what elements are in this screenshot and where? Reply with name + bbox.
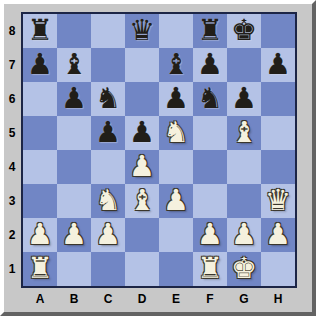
file-label-f: F xyxy=(193,291,227,307)
piece-black-pawn: ♟ xyxy=(27,50,53,79)
square-c3[interactable]: ♞ xyxy=(91,184,125,218)
square-a1[interactable]: ♜ xyxy=(23,252,57,286)
piece-white-queen: ♛ xyxy=(265,186,291,215)
square-e2[interactable] xyxy=(159,218,193,252)
square-d4[interactable]: ♟ xyxy=(125,150,159,184)
piece-black-knight: ♞ xyxy=(197,84,223,113)
piece-black-rook: ♜ xyxy=(27,16,53,45)
square-b2[interactable]: ♟ xyxy=(57,218,91,252)
piece-white-rook: ♜ xyxy=(27,254,53,283)
square-c4[interactable] xyxy=(91,150,125,184)
square-f8[interactable]: ♜ xyxy=(193,14,227,48)
rank-label-8: 8 xyxy=(4,14,20,48)
rank-label-3: 3 xyxy=(4,184,20,218)
piece-black-king: ♚ xyxy=(231,16,257,45)
square-f1[interactable]: ♜ xyxy=(193,252,227,286)
square-g6[interactable]: ♟ xyxy=(227,82,261,116)
rank-label-5: 5 xyxy=(4,116,20,150)
piece-white-pawn: ♟ xyxy=(197,220,223,249)
rank-label-4: 4 xyxy=(4,150,20,184)
piece-white-bishop: ♝ xyxy=(129,186,155,215)
square-d5[interactable]: ♟ xyxy=(125,116,159,150)
piece-white-pawn: ♟ xyxy=(61,220,87,249)
square-d2[interactable] xyxy=(125,218,159,252)
square-g4[interactable] xyxy=(227,150,261,184)
square-h1[interactable] xyxy=(261,252,295,286)
square-b6[interactable]: ♟ xyxy=(57,82,91,116)
piece-black-knight: ♞ xyxy=(95,84,121,113)
square-h5[interactable] xyxy=(261,116,295,150)
square-f3[interactable] xyxy=(193,184,227,218)
square-e6[interactable]: ♟ xyxy=(159,82,193,116)
file-label-c: C xyxy=(91,291,125,307)
square-h3[interactable]: ♛ xyxy=(261,184,295,218)
square-f5[interactable] xyxy=(193,116,227,150)
file-label-b: B xyxy=(57,291,91,307)
square-b1[interactable] xyxy=(57,252,91,286)
piece-white-knight: ♞ xyxy=(95,186,121,215)
rank-label-7: 7 xyxy=(4,48,20,82)
chess-board: ♜♛♜♚♟♝♝♟♟♟♞♟♞♟♟♟♞♝♟♞♝♟♛♟♟♟♟♟♟♜♜♚ xyxy=(21,12,297,288)
square-e8[interactable] xyxy=(159,14,193,48)
square-g1[interactable]: ♚ xyxy=(227,252,261,286)
piece-black-bishop: ♝ xyxy=(163,50,189,79)
piece-white-knight: ♞ xyxy=(163,118,189,147)
square-c7[interactable] xyxy=(91,48,125,82)
square-a5[interactable] xyxy=(23,116,57,150)
rank-label-2: 2 xyxy=(4,218,20,252)
square-h4[interactable] xyxy=(261,150,295,184)
square-a3[interactable] xyxy=(23,184,57,218)
square-d3[interactable]: ♝ xyxy=(125,184,159,218)
square-c1[interactable] xyxy=(91,252,125,286)
square-e7[interactable]: ♝ xyxy=(159,48,193,82)
square-e1[interactable] xyxy=(159,252,193,286)
piece-white-pawn: ♟ xyxy=(163,186,189,215)
chess-diagram-panel: ♜♛♜♚♟♝♝♟♟♟♞♟♞♟♟♟♞♝♟♞♝♟♛♟♟♟♟♟♟♜♜♚ 8765432… xyxy=(0,0,316,316)
square-f7[interactable]: ♟ xyxy=(193,48,227,82)
square-c5[interactable]: ♟ xyxy=(91,116,125,150)
piece-black-pawn: ♟ xyxy=(163,84,189,113)
square-b4[interactable] xyxy=(57,150,91,184)
square-a2[interactable]: ♟ xyxy=(23,218,57,252)
square-d1[interactable] xyxy=(125,252,159,286)
square-c6[interactable]: ♞ xyxy=(91,82,125,116)
square-e4[interactable] xyxy=(159,150,193,184)
piece-white-bishop: ♝ xyxy=(231,118,257,147)
piece-black-pawn: ♟ xyxy=(95,118,121,147)
square-g7[interactable] xyxy=(227,48,261,82)
square-h8[interactable] xyxy=(261,14,295,48)
square-a7[interactable]: ♟ xyxy=(23,48,57,82)
piece-black-rook: ♜ xyxy=(197,16,223,45)
square-g5[interactable]: ♝ xyxy=(227,116,261,150)
square-d7[interactable] xyxy=(125,48,159,82)
piece-white-king: ♚ xyxy=(231,254,257,283)
piece-white-pawn: ♟ xyxy=(129,152,155,181)
square-b8[interactable] xyxy=(57,14,91,48)
square-h2[interactable]: ♟ xyxy=(261,218,295,252)
square-b3[interactable] xyxy=(57,184,91,218)
square-g2[interactable]: ♟ xyxy=(227,218,261,252)
square-e3[interactable]: ♟ xyxy=(159,184,193,218)
piece-black-pawn: ♟ xyxy=(231,84,257,113)
file-label-g: G xyxy=(227,291,261,307)
piece-black-pawn: ♟ xyxy=(129,118,155,147)
piece-black-bishop: ♝ xyxy=(61,50,87,79)
piece-black-pawn: ♟ xyxy=(265,50,291,79)
piece-white-rook: ♜ xyxy=(197,254,223,283)
square-c8[interactable] xyxy=(91,14,125,48)
piece-black-pawn: ♟ xyxy=(61,84,87,113)
square-a6[interactable] xyxy=(23,82,57,116)
square-b7[interactable]: ♝ xyxy=(57,48,91,82)
square-e5[interactable]: ♞ xyxy=(159,116,193,150)
square-f2[interactable]: ♟ xyxy=(193,218,227,252)
piece-black-queen: ♛ xyxy=(129,16,155,45)
square-g8[interactable]: ♚ xyxy=(227,14,261,48)
square-f6[interactable]: ♞ xyxy=(193,82,227,116)
square-a8[interactable]: ♜ xyxy=(23,14,57,48)
piece-white-pawn: ♟ xyxy=(231,220,257,249)
square-f4[interactable] xyxy=(193,150,227,184)
file-label-e: E xyxy=(159,291,193,307)
square-h7[interactable]: ♟ xyxy=(261,48,295,82)
square-b5[interactable] xyxy=(57,116,91,150)
square-d8[interactable]: ♛ xyxy=(125,14,159,48)
rank-label-6: 6 xyxy=(4,82,20,116)
square-d6[interactable] xyxy=(125,82,159,116)
square-h6[interactable] xyxy=(261,82,295,116)
rank-label-1: 1 xyxy=(4,252,20,286)
file-label-a: A xyxy=(23,291,57,307)
square-a4[interactable] xyxy=(23,150,57,184)
piece-black-pawn: ♟ xyxy=(197,50,223,79)
file-label-d: D xyxy=(125,291,159,307)
file-label-h: H xyxy=(261,291,295,307)
piece-white-pawn: ♟ xyxy=(265,220,291,249)
piece-white-pawn: ♟ xyxy=(27,220,53,249)
square-g3[interactable] xyxy=(227,184,261,218)
square-c2[interactable]: ♟ xyxy=(91,218,125,252)
piece-white-pawn: ♟ xyxy=(95,220,121,249)
